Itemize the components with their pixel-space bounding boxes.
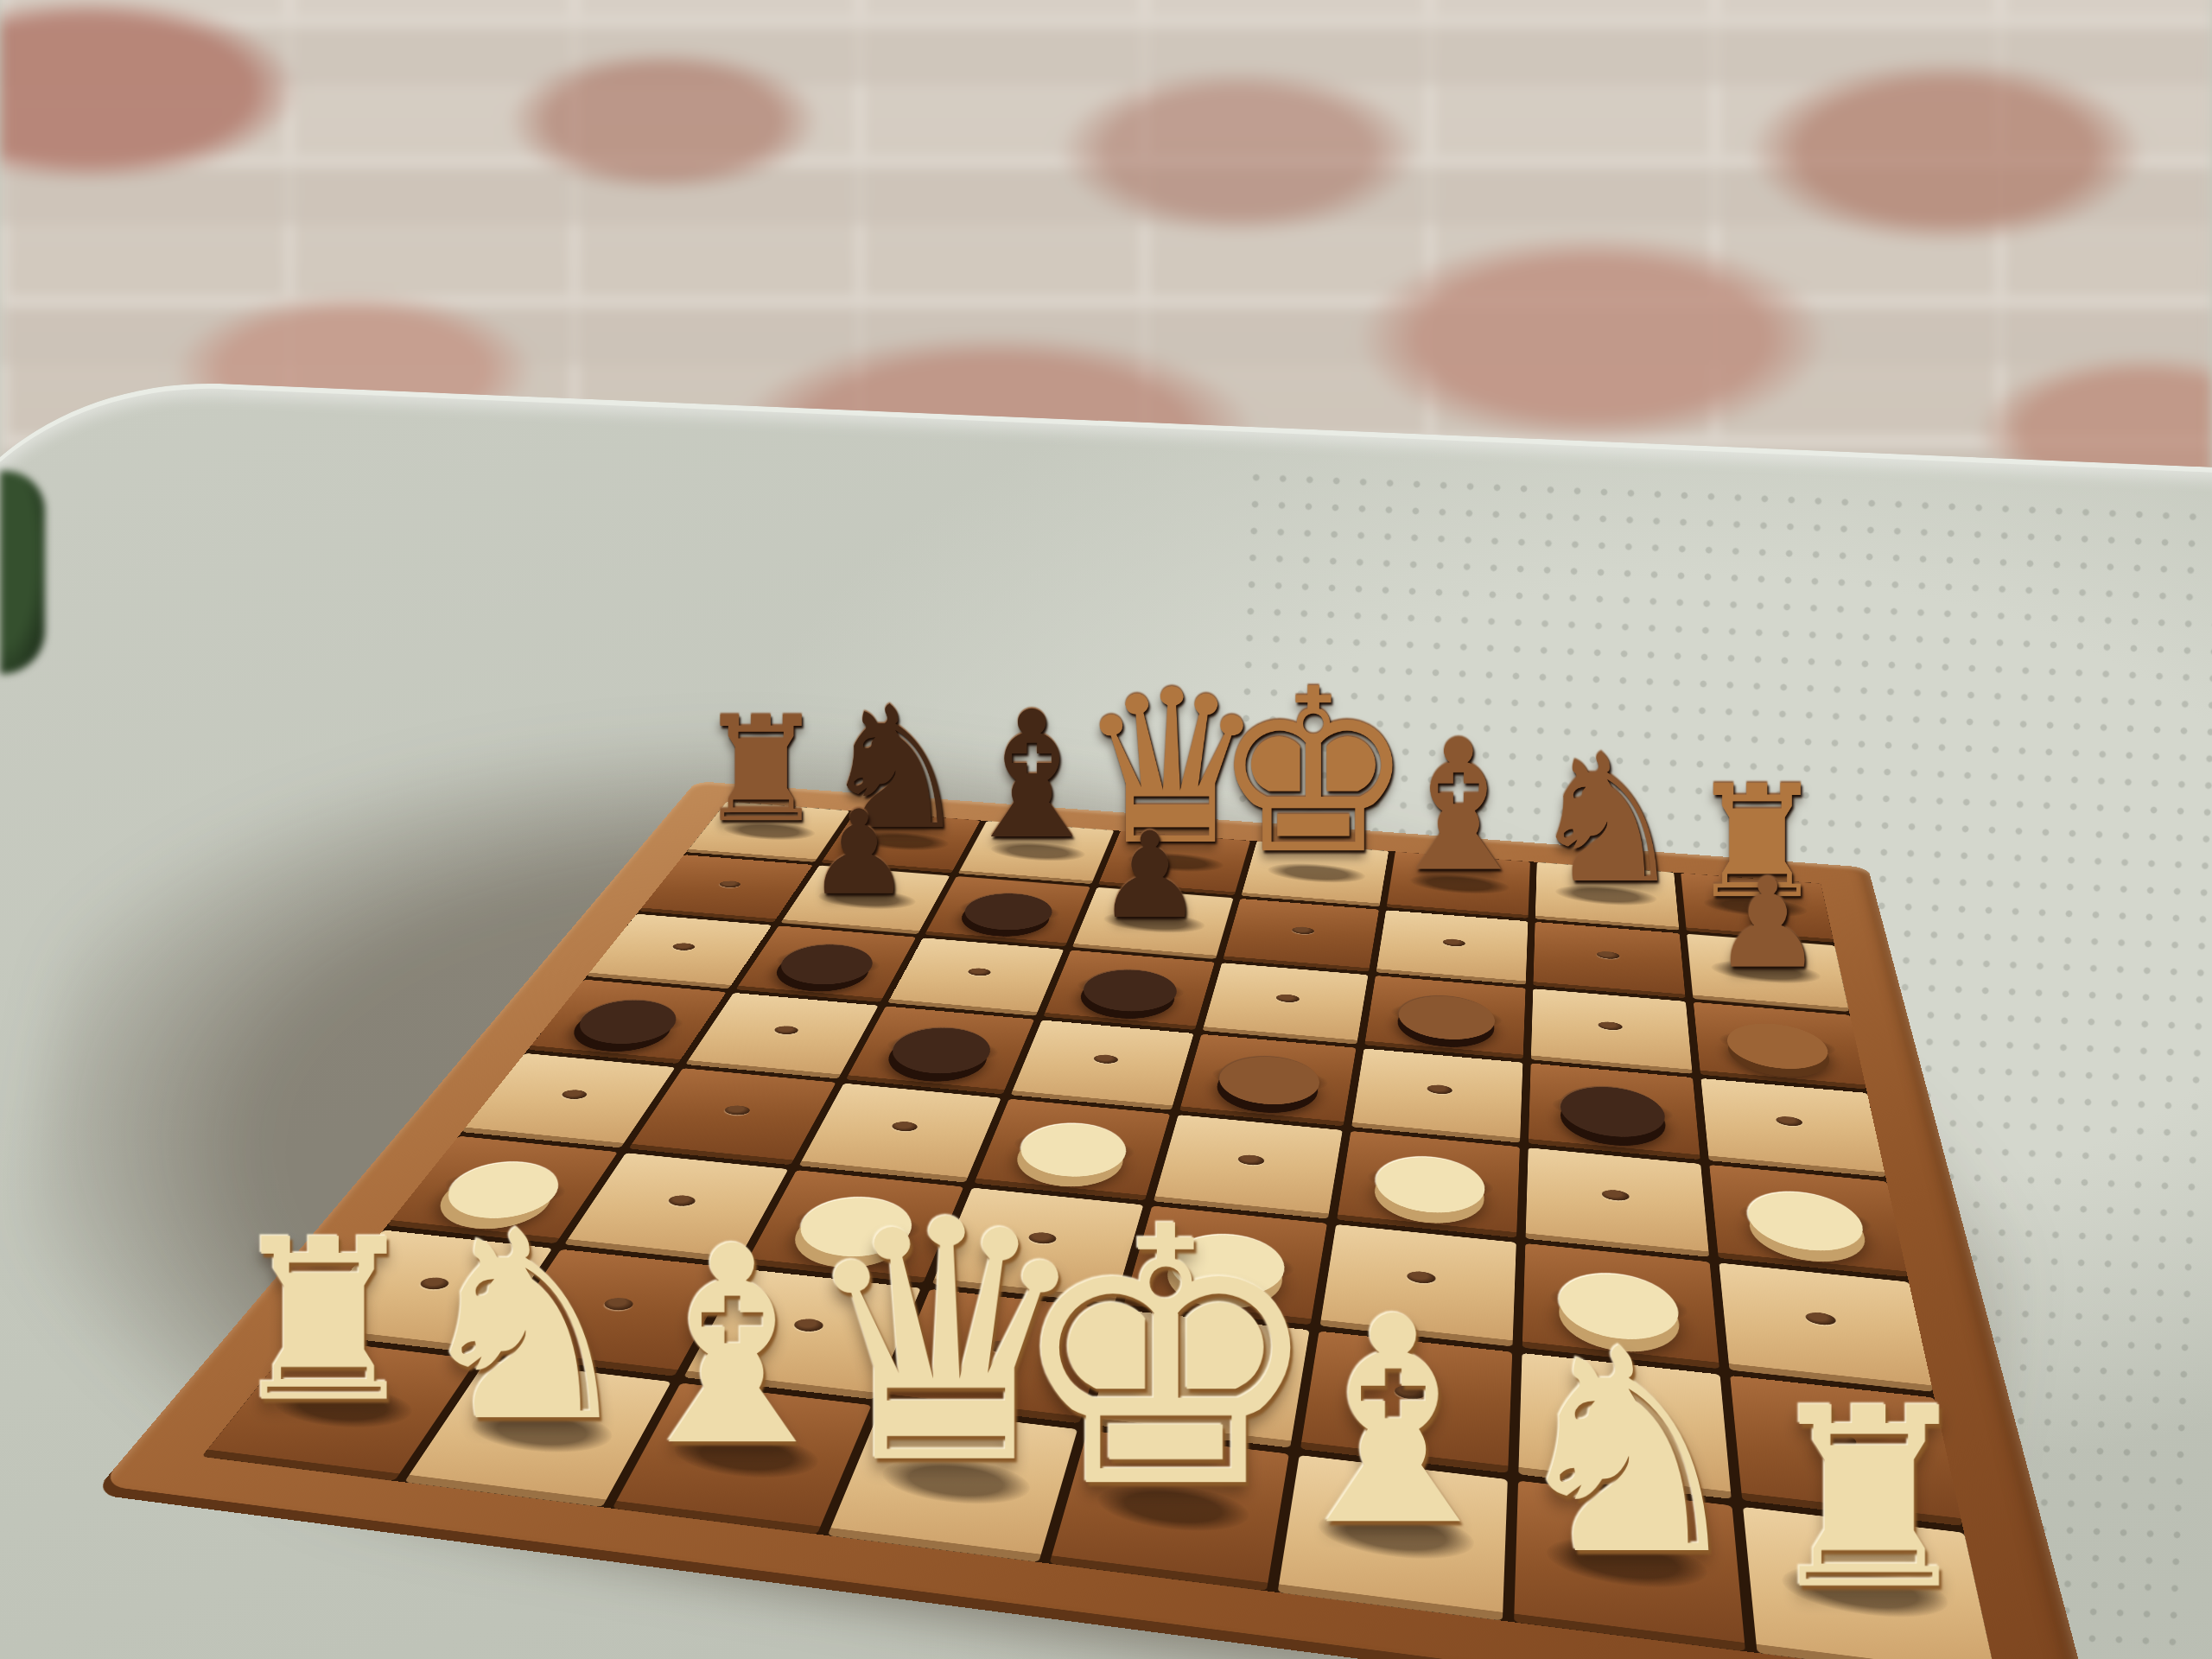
square-f6[interactable]: ● [1364, 976, 1525, 1059]
square-h4[interactable]: ● [1710, 1165, 1908, 1277]
square-e7[interactable] [1223, 899, 1379, 971]
photo-of-travel-chess-draughts-set: { "game": "chess (wooden travel peg set,… [0, 0, 2212, 1659]
black-disc-pawn-c7[interactable]: ● [950, 881, 1070, 936]
square-c7[interactable]: ● [925, 876, 1090, 946]
black-disc-pawn-e5[interactable]: ● [1205, 1040, 1332, 1111]
white-knight-g1[interactable]: ♞ [1501, 1312, 1753, 1593]
square-h6[interactable]: ● [1694, 1002, 1866, 1090]
square-g7[interactable] [1533, 922, 1686, 998]
black-knight-g8[interactable]: ♞ [1527, 731, 1686, 908]
black-disc-pawn-a5[interactable]: ● [558, 985, 703, 1050]
black-disc-pawn-b6[interactable]: ● [763, 931, 894, 990]
square-f1[interactable]: ♝ [1278, 1455, 1508, 1621]
square-d7[interactable]: ♟ [1072, 887, 1233, 959]
square-g8[interactable]: ♞ [1535, 862, 1680, 931]
square-h1[interactable]: ♜ [1743, 1507, 1997, 1659]
square-d6[interactable]: ● [1043, 950, 1214, 1030]
white-disc-pawn-f4[interactable]: ● [1364, 1138, 1495, 1221]
black-disc-pawn-c5[interactable]: ● [874, 1013, 1011, 1081]
square-e5[interactable]: ● [1179, 1034, 1357, 1126]
square-d5[interactable] [1011, 1020, 1194, 1110]
square-e8[interactable]: ♚ [1241, 841, 1389, 906]
square-f4[interactable]: ● [1337, 1131, 1519, 1238]
black-disc-pawn-g5[interactable]: ● [1553, 1070, 1675, 1144]
white-bishop-f1[interactable]: ♝ [1265, 1279, 1521, 1565]
white-knight-b1[interactable]: ♞ [408, 1197, 642, 1458]
square-h5[interactable] [1701, 1078, 1886, 1177]
square-g6[interactable] [1531, 988, 1693, 1074]
square-f7[interactable] [1376, 910, 1528, 984]
white-disc-pawn-h4[interactable]: ● [1735, 1173, 1877, 1259]
black-disc-pawn-f6[interactable]: ● [1389, 982, 1503, 1046]
square-b7[interactable]: ♟ [780, 866, 950, 935]
square-c5[interactable]: ● [846, 1007, 1034, 1095]
square-h7[interactable]: ♟ [1687, 934, 1849, 1012]
square-g4[interactable] [1525, 1147, 1709, 1257]
black-pawn-b7[interactable]: ♟ [807, 795, 912, 912]
black-pawn-d7[interactable]: ♟ [1096, 817, 1203, 935]
black-disc-pawn-h6[interactable]: ● [1716, 1008, 1840, 1076]
square-f8[interactable]: ♝ [1387, 851, 1530, 918]
square-g1[interactable]: ♞ [1514, 1480, 1746, 1651]
square-c6[interactable] [887, 938, 1064, 1016]
square-e1[interactable]: ♚ [1049, 1430, 1289, 1591]
board-scene: ♜♞♝♛♚♝♞♜♟●♟♟●●●●●●●●●●●●●●●♜♞♝♛♚♝♞♜ [0, 0, 2212, 1659]
white-rook-h1[interactable]: ♜ [1758, 1376, 1980, 1624]
square-f5[interactable] [1351, 1049, 1522, 1143]
square-g5[interactable]: ● [1529, 1064, 1700, 1160]
white-rook-a1[interactable]: ♜ [224, 1210, 423, 1433]
black-pawn-h7[interactable]: ♟ [1713, 862, 1823, 986]
black-bishop-f8[interactable]: ♝ [1377, 715, 1539, 896]
black-disc-pawn-d6[interactable]: ● [1069, 956, 1192, 1018]
square-e6[interactable] [1202, 963, 1368, 1044]
